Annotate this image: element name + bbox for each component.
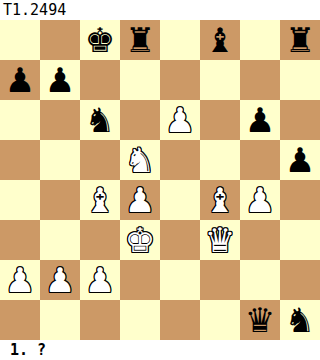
square-f6[interactable] [200, 100, 240, 140]
piece-black-rook[interactable]: ♜ [125, 20, 155, 60]
square-e3[interactable] [160, 220, 200, 260]
piece-black-bishop[interactable]: ♝ [205, 20, 235, 60]
square-e7[interactable] [160, 60, 200, 100]
square-g3[interactable] [240, 220, 280, 260]
square-a1[interactable] [0, 300, 40, 340]
square-a7[interactable]: ♟ [0, 60, 40, 100]
square-f2[interactable] [200, 260, 240, 300]
square-e2[interactable] [160, 260, 200, 300]
square-h8[interactable]: ♜ [280, 20, 320, 60]
piece-black-rook[interactable]: ♜ [285, 20, 315, 60]
square-a8[interactable] [0, 20, 40, 60]
square-e6[interactable]: ♟ [160, 100, 200, 140]
square-g5[interactable] [240, 140, 280, 180]
piece-black-king[interactable]: ♚ [85, 20, 115, 60]
square-d7[interactable] [120, 60, 160, 100]
square-b2[interactable]: ♟ [40, 260, 80, 300]
square-d8[interactable]: ♜ [120, 20, 160, 60]
square-d5[interactable]: ♞ [120, 140, 160, 180]
square-h1[interactable]: ♞ [280, 300, 320, 340]
square-c3[interactable] [80, 220, 120, 260]
square-e5[interactable] [160, 140, 200, 180]
square-d3[interactable]: ♚ [120, 220, 160, 260]
square-b3[interactable] [40, 220, 80, 260]
square-f4[interactable]: ♝ [200, 180, 240, 220]
piece-black-pawn[interactable]: ♟ [5, 60, 35, 100]
piece-white-bishop[interactable]: ♝ [205, 180, 235, 220]
piece-white-pawn[interactable]: ♟ [45, 260, 75, 300]
move-prompt: 1. ? [0, 340, 320, 360]
square-b5[interactable] [40, 140, 80, 180]
square-b7[interactable]: ♟ [40, 60, 80, 100]
square-f1[interactable] [200, 300, 240, 340]
square-g6[interactable]: ♟ [240, 100, 280, 140]
square-b1[interactable] [40, 300, 80, 340]
piece-black-queen[interactable]: ♛ [245, 300, 275, 340]
square-c6[interactable]: ♞ [80, 100, 120, 140]
piece-white-pawn[interactable]: ♟ [165, 100, 195, 140]
square-a5[interactable] [0, 140, 40, 180]
square-d1[interactable] [120, 300, 160, 340]
piece-white-pawn[interactable]: ♟ [5, 260, 35, 300]
square-e8[interactable] [160, 20, 200, 60]
square-h7[interactable] [280, 60, 320, 100]
square-c7[interactable] [80, 60, 120, 100]
square-c8[interactable]: ♚ [80, 20, 120, 60]
puzzle-id-label: T1.2494 [0, 0, 320, 20]
square-d2[interactable] [120, 260, 160, 300]
piece-black-pawn[interactable]: ♟ [245, 100, 275, 140]
square-d6[interactable] [120, 100, 160, 140]
piece-white-pawn[interactable]: ♟ [125, 180, 155, 220]
square-f7[interactable] [200, 60, 240, 100]
square-b8[interactable] [40, 20, 80, 60]
piece-white-pawn[interactable]: ♟ [85, 260, 115, 300]
square-f5[interactable] [200, 140, 240, 180]
square-c5[interactable] [80, 140, 120, 180]
square-f8[interactable]: ♝ [200, 20, 240, 60]
square-e1[interactable] [160, 300, 200, 340]
square-e4[interactable] [160, 180, 200, 220]
square-g4[interactable]: ♟ [240, 180, 280, 220]
square-g7[interactable] [240, 60, 280, 100]
square-f3[interactable]: ♛ [200, 220, 240, 260]
square-a6[interactable] [0, 100, 40, 140]
square-c2[interactable]: ♟ [80, 260, 120, 300]
piece-white-king[interactable]: ♚ [125, 220, 155, 260]
piece-black-knight[interactable]: ♞ [285, 300, 315, 340]
piece-black-knight[interactable]: ♞ [85, 100, 115, 140]
square-c1[interactable] [80, 300, 120, 340]
piece-white-queen[interactable]: ♛ [205, 220, 235, 260]
square-c4[interactable]: ♝ [80, 180, 120, 220]
square-a2[interactable]: ♟ [0, 260, 40, 300]
square-h6[interactable] [280, 100, 320, 140]
square-h5[interactable]: ♟ [280, 140, 320, 180]
piece-white-pawn[interactable]: ♟ [245, 180, 275, 220]
piece-black-pawn[interactable]: ♟ [45, 60, 75, 100]
piece-white-bishop[interactable]: ♝ [85, 180, 115, 220]
square-g1[interactable]: ♛ [240, 300, 280, 340]
piece-white-knight[interactable]: ♞ [125, 140, 155, 180]
chess-board: ♚♜♝♜♟♟♞♟♟♞♟♝♟♝♟♚♛♟♟♟♛♞ [0, 20, 320, 340]
square-h3[interactable] [280, 220, 320, 260]
square-g2[interactable] [240, 260, 280, 300]
square-h4[interactable] [280, 180, 320, 220]
square-a4[interactable] [0, 180, 40, 220]
square-b4[interactable] [40, 180, 80, 220]
square-b6[interactable] [40, 100, 80, 140]
square-d4[interactable]: ♟ [120, 180, 160, 220]
piece-black-pawn[interactable]: ♟ [285, 140, 315, 180]
square-g8[interactable] [240, 20, 280, 60]
square-a3[interactable] [0, 220, 40, 260]
chess-app-window: T1.2494 ♚♜♝♜♟♟♞♟♟♞♟♝♟♝♟♚♛♟♟♟♛♞ 1. ? [0, 0, 320, 360]
square-h2[interactable] [280, 260, 320, 300]
